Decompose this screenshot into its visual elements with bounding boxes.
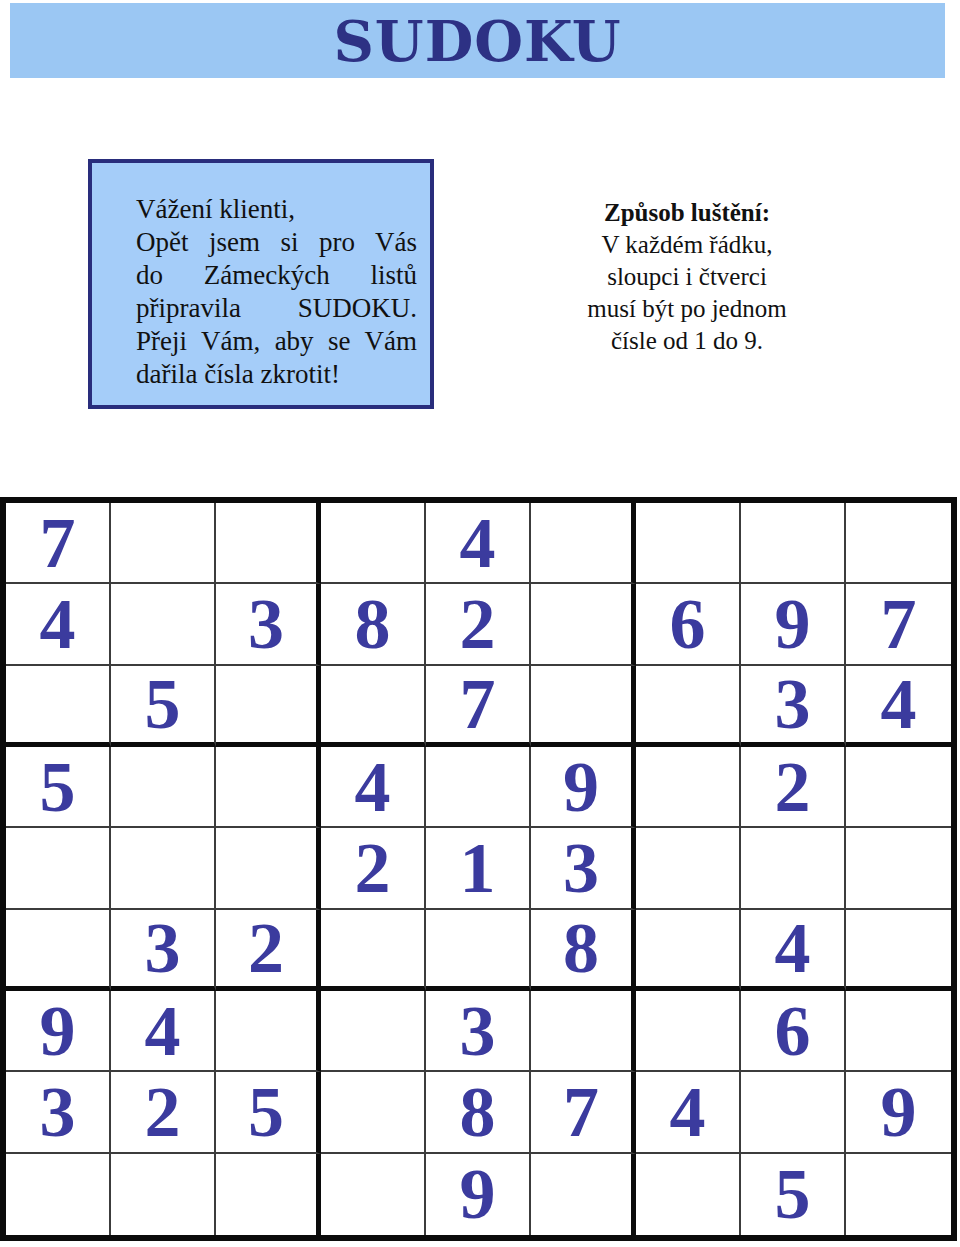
intro-box: Vážení klienti, Opět jsem si pro Vás do … [88,159,434,409]
page-title: SUDOKU [333,13,621,69]
cell-r5c4-given-2: 2 [321,828,426,909]
cell-r1c6-empty[interactable] [531,503,636,584]
cell-r6c9-empty[interactable] [846,910,951,991]
cell-r3c6-empty[interactable] [531,666,636,747]
cell-r1c9-empty[interactable] [846,503,951,584]
cell-r4c5-empty[interactable] [426,747,531,828]
cell-r1c2-empty[interactable] [111,503,216,584]
cell-r6c8-given-4: 4 [741,910,846,991]
intro-line-2: Opět jsem si pro Vás [136,226,417,259]
intro-line-5: Přeji Vám, aby se Vám [136,325,417,358]
intro-line-1: Vážení klienti, [136,193,417,226]
sudoku-grid: 7443826975734549221332849436325874995 [0,497,957,1241]
cell-r2c1-given-4: 4 [6,584,111,665]
cell-r5c1-empty[interactable] [6,828,111,909]
cell-r1c5-given-4: 4 [426,503,531,584]
cell-r9c8-given-5: 5 [741,1154,846,1235]
cell-r7c7-empty[interactable] [636,991,741,1072]
cell-r5c6-given-3: 3 [531,828,636,909]
cell-r8c4-empty[interactable] [321,1072,426,1153]
sudoku-page: SUDOKU Vážení klienti, Opět jsem si pro … [0,0,960,1247]
cell-r6c2-given-3: 3 [111,910,216,991]
instructions-line-4: čísle od 1 do 9. [537,325,837,357]
cell-r9c4-empty[interactable] [321,1154,426,1235]
cell-r8c9-given-9: 9 [846,1072,951,1153]
cell-r7c6-empty[interactable] [531,991,636,1072]
cell-r5c5-given-1: 1 [426,828,531,909]
cell-r1c3-empty[interactable] [216,503,321,584]
cell-r6c4-empty[interactable] [321,910,426,991]
cell-r3c4-empty[interactable] [321,666,426,747]
intro-line-3: do Zámeckých listů [136,259,417,292]
cell-r1c4-empty[interactable] [321,503,426,584]
cell-r3c2-given-5: 5 [111,666,216,747]
instructions: Způsob luštění: V každém řádku, sloupci … [537,197,837,357]
cell-r2c2-empty[interactable] [111,584,216,665]
instructions-line-1: V každém řádku, [537,229,837,261]
cell-r3c3-empty[interactable] [216,666,321,747]
cell-r4c2-empty[interactable] [111,747,216,828]
cell-r4c1-given-5: 5 [6,747,111,828]
instructions-line-3: musí být po jednom [537,293,837,325]
cell-r4c8-given-2: 2 [741,747,846,828]
cell-r6c7-empty[interactable] [636,910,741,991]
cell-r6c5-empty[interactable] [426,910,531,991]
cell-r2c7-given-6: 6 [636,584,741,665]
cell-r7c2-given-4: 4 [111,991,216,1072]
cell-r2c4-given-8: 8 [321,584,426,665]
cell-r2c9-given-7: 7 [846,584,951,665]
cell-r3c7-empty[interactable] [636,666,741,747]
cell-r9c5-given-9: 9 [426,1154,531,1235]
cell-r6c3-given-2: 2 [216,910,321,991]
cell-r1c7-empty[interactable] [636,503,741,584]
cell-r9c7-empty[interactable] [636,1154,741,1235]
cell-r7c9-empty[interactable] [846,991,951,1072]
cell-r7c5-given-3: 3 [426,991,531,1072]
cell-r4c9-empty[interactable] [846,747,951,828]
cell-r2c8-given-9: 9 [741,584,846,665]
cell-r5c9-empty[interactable] [846,828,951,909]
cell-r3c9-given-4: 4 [846,666,951,747]
cell-r8c7-given-4: 4 [636,1072,741,1153]
cell-r5c3-empty[interactable] [216,828,321,909]
cell-r2c3-given-3: 3 [216,584,321,665]
cell-r9c1-empty[interactable] [6,1154,111,1235]
cell-r8c2-given-2: 2 [111,1072,216,1153]
cell-r6c6-given-8: 8 [531,910,636,991]
cell-r3c1-empty[interactable] [6,666,111,747]
cell-r9c6-empty[interactable] [531,1154,636,1235]
cell-r6c1-empty[interactable] [6,910,111,991]
cell-r1c1-given-7: 7 [6,503,111,584]
cell-r8c5-given-8: 8 [426,1072,531,1153]
cell-r4c6-given-9: 9 [531,747,636,828]
cell-r3c8-given-3: 3 [741,666,846,747]
cell-r8c1-given-3: 3 [6,1072,111,1153]
title-banner: SUDOKU [10,3,945,78]
intro-line-4: připravila SUDOKU. [136,292,417,325]
cell-r9c3-empty[interactable] [216,1154,321,1235]
cell-r2c6-empty[interactable] [531,584,636,665]
cell-r7c1-given-9: 9 [6,991,111,1072]
cell-r9c9-empty[interactable] [846,1154,951,1235]
cell-r8c3-given-5: 5 [216,1072,321,1153]
instructions-line-2: sloupci i čtverci [537,261,837,293]
cell-r7c8-given-6: 6 [741,991,846,1072]
cell-r5c8-empty[interactable] [741,828,846,909]
intro-line-6: dařila čísla zkrotit! [136,358,417,391]
cell-r9c2-empty[interactable] [111,1154,216,1235]
cell-r5c2-empty[interactable] [111,828,216,909]
cell-r4c3-empty[interactable] [216,747,321,828]
cell-r3c5-given-7: 7 [426,666,531,747]
cell-r8c8-empty[interactable] [741,1072,846,1153]
cell-r5c7-empty[interactable] [636,828,741,909]
cell-r7c3-empty[interactable] [216,991,321,1072]
cell-r4c4-given-4: 4 [321,747,426,828]
cell-r8c6-given-7: 7 [531,1072,636,1153]
instructions-heading: Způsob luštění: [537,197,837,229]
cell-r7c4-empty[interactable] [321,991,426,1072]
cell-r4c7-empty[interactable] [636,747,741,828]
cell-r1c8-empty[interactable] [741,503,846,584]
cell-r2c5-given-2: 2 [426,584,531,665]
